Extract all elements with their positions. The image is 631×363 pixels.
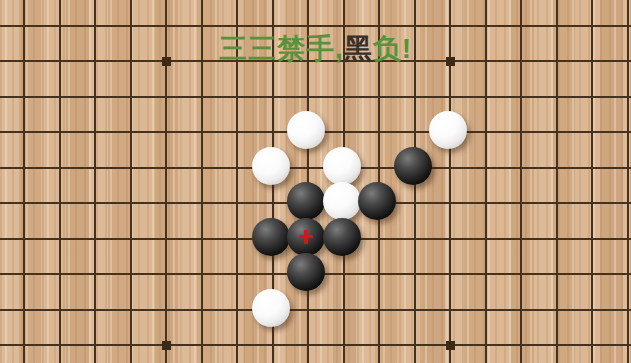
banner-char: 三	[219, 30, 248, 68]
banner-char: 黑	[344, 30, 373, 68]
black-stone: ●	[287, 218, 325, 256]
white-stone: ○	[252, 289, 290, 327]
black-stone: ●	[252, 218, 290, 256]
grid-line-horizontal	[0, 25, 631, 27]
grid-line-horizontal	[0, 96, 631, 98]
banner-char: 三	[248, 30, 277, 68]
banner-char: 手	[306, 30, 335, 68]
black-stone: ●	[358, 182, 396, 220]
black-stone: ●	[323, 218, 361, 256]
star-point	[162, 341, 171, 350]
goban-board[interactable]: ○○○○●●○●●●●●○ 三三禁手,黑负!	[0, 0, 631, 363]
white-stone: ○	[252, 147, 290, 185]
black-stone: ●	[287, 253, 325, 291]
black-stone: ●	[287, 182, 325, 220]
white-stone: ○	[323, 147, 361, 185]
banner-char: !	[402, 33, 412, 65]
grid-line-horizontal	[0, 167, 631, 169]
banner-char: 禁	[277, 30, 306, 68]
black-stone: ●	[394, 147, 432, 185]
banner-char: 负	[373, 30, 402, 68]
white-stone: ○	[429, 111, 467, 149]
white-stone: ○	[323, 182, 361, 220]
banner-char: ,	[335, 33, 344, 65]
star-point	[446, 341, 455, 350]
result-banner: 三三禁手,黑负!	[0, 30, 631, 68]
white-stone: ○	[287, 111, 325, 149]
grid-line-horizontal	[0, 344, 631, 346]
grid-line-horizontal	[0, 309, 631, 311]
